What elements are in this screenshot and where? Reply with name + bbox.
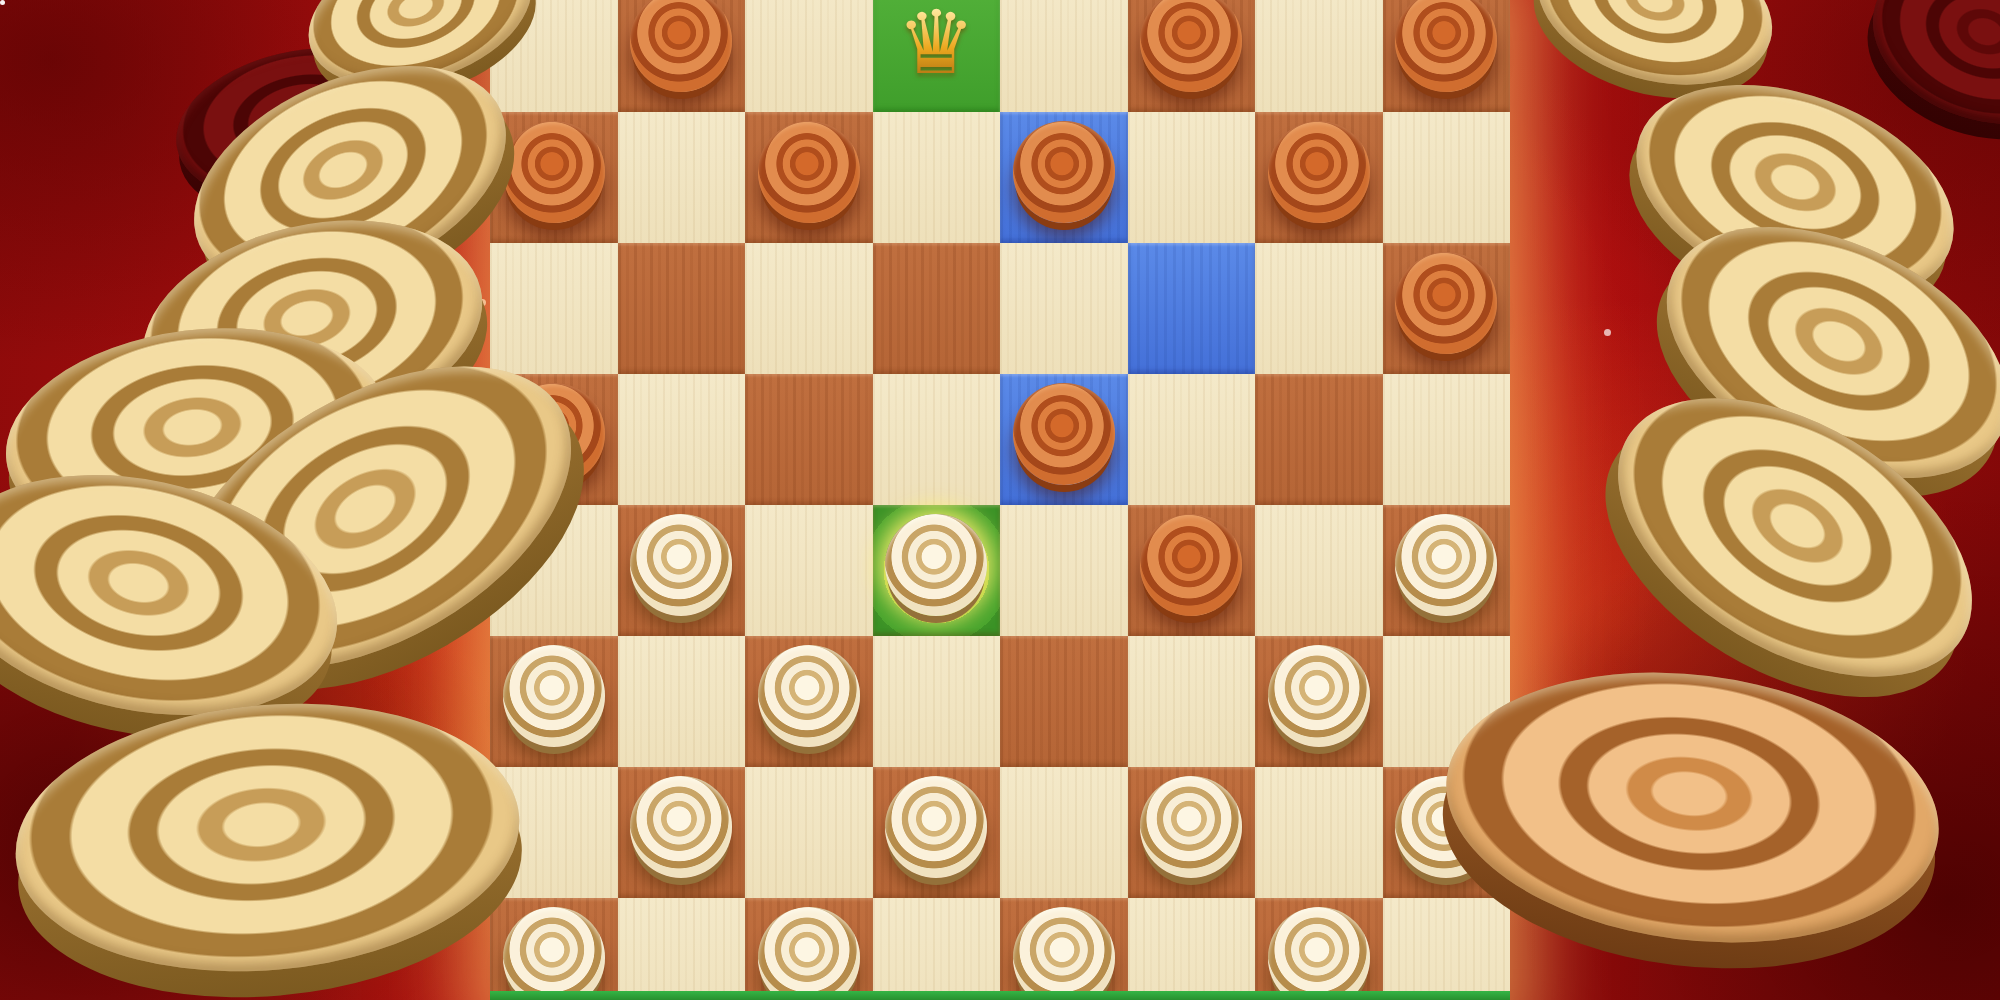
- cell-r0c4: [1000, 0, 1128, 112]
- cell-r4c4: [1000, 505, 1128, 636]
- cell-r2c2: [745, 243, 873, 374]
- cell-r2c5[interactable]: [1128, 243, 1256, 374]
- cell-r0c6: [1255, 0, 1383, 112]
- gold-checker-disc: [4, 683, 530, 991]
- promotion-crown-icon: ♛: [897, 0, 976, 87]
- orange-piece[interactable]: [1268, 120, 1370, 222]
- white-piece[interactable]: [1268, 906, 1370, 1000]
- cell-r7c4[interactable]: [1000, 898, 1128, 1000]
- cell-r5c5: [1128, 636, 1256, 767]
- cell-r3c7: [1383, 374, 1511, 505]
- cell-r5c1: [618, 636, 746, 767]
- cell-r4c2: [745, 505, 873, 636]
- white-piece[interactable]: [1140, 775, 1242, 877]
- cell-r6c2: [745, 767, 873, 898]
- cell-r3c2[interactable]: [745, 374, 873, 505]
- cell-r0c3[interactable]: ♛: [873, 0, 1001, 112]
- cell-r3c4[interactable]: [1000, 374, 1128, 505]
- cell-r3c3: [873, 374, 1001, 505]
- cell-r1c4[interactable]: [1000, 112, 1128, 243]
- cell-r6c5[interactable]: [1128, 767, 1256, 898]
- cell-r6c6: [1255, 767, 1383, 898]
- cell-r0c2: [745, 0, 873, 112]
- cell-r4c6: [1255, 505, 1383, 636]
- cell-r1c5: [1128, 112, 1256, 243]
- cell-r7c1: [618, 898, 746, 1000]
- orange-piece[interactable]: [1395, 251, 1497, 353]
- cell-r2c3[interactable]: [873, 243, 1001, 374]
- cell-r5c2[interactable]: [745, 636, 873, 767]
- cell-r1c6[interactable]: [1255, 112, 1383, 243]
- cell-r3c1: [618, 374, 746, 505]
- cell-r7c5: [1128, 898, 1256, 1000]
- white-piece[interactable]: [503, 644, 605, 746]
- orange-piece[interactable]: [1140, 513, 1242, 615]
- cell-r2c7[interactable]: [1383, 243, 1511, 374]
- cell-r1c2[interactable]: [745, 112, 873, 243]
- orange-piece[interactable]: [1395, 0, 1497, 91]
- cell-r4c1[interactable]: [618, 505, 746, 636]
- cell-r2c4: [1000, 243, 1128, 374]
- cell-r4c7[interactable]: [1383, 505, 1511, 636]
- cell-r7c6[interactable]: [1255, 898, 1383, 1000]
- white-piece[interactable]: [1395, 513, 1497, 615]
- cell-r2c1[interactable]: [618, 243, 746, 374]
- cell-r6c4: [1000, 767, 1128, 898]
- checkers-board[interactable]: ♛: [490, 0, 1510, 1000]
- cell-r5c3: [873, 636, 1001, 767]
- white-piece[interactable]: [1268, 644, 1370, 746]
- cell-r6c3[interactable]: [873, 767, 1001, 898]
- cell-r0c5[interactable]: [1128, 0, 1256, 112]
- orange-piece[interactable]: [1140, 0, 1242, 91]
- cell-r0c7[interactable]: [1383, 0, 1511, 112]
- white-piece[interactable]: [1013, 906, 1115, 1000]
- cell-r2c6: [1255, 243, 1383, 374]
- cell-r3c5: [1128, 374, 1256, 505]
- cell-r6c1[interactable]: [618, 767, 746, 898]
- cell-r5c4[interactable]: [1000, 636, 1128, 767]
- orange-piece[interactable]: [1013, 382, 1115, 484]
- orange-piece[interactable]: [1013, 120, 1115, 222]
- white-piece[interactable]: [630, 513, 732, 615]
- white-piece[interactable]: [758, 906, 860, 1000]
- cell-r0c1[interactable]: [618, 0, 746, 112]
- white-piece[interactable]: [885, 513, 987, 615]
- white-piece[interactable]: [885, 775, 987, 877]
- orange-piece[interactable]: [630, 0, 732, 91]
- cell-r1c7: [1383, 112, 1511, 243]
- cell-r1c3: [873, 112, 1001, 243]
- orange-piece[interactable]: [758, 120, 860, 222]
- sparkle-dots: [0, 0, 5, 5]
- cell-r3c6[interactable]: [1255, 374, 1383, 505]
- white-piece[interactable]: [758, 644, 860, 746]
- cell-r5c6[interactable]: [1255, 636, 1383, 767]
- cell-r4c3[interactable]: [873, 505, 1001, 636]
- cell-r7c3: [873, 898, 1001, 1000]
- cell-r1c1: [618, 112, 746, 243]
- checkers-game-screen: ♛: [0, 0, 2000, 1000]
- cell-r7c2[interactable]: [745, 898, 873, 1000]
- cell-r4c5[interactable]: [1128, 505, 1256, 636]
- green-bar: [490, 991, 1510, 1000]
- white-piece[interactable]: [630, 775, 732, 877]
